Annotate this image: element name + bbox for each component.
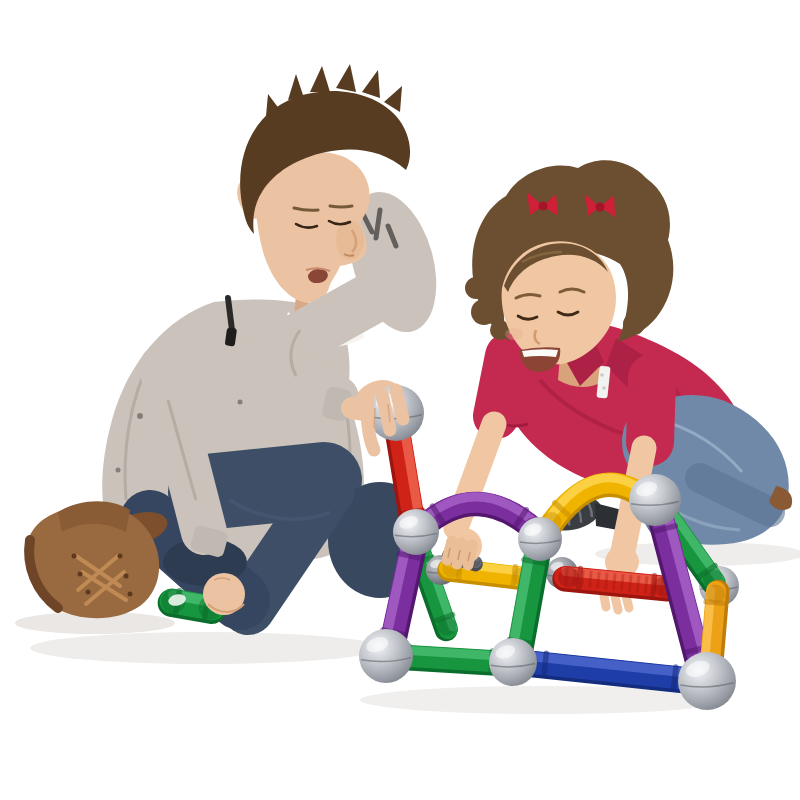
boy-left-fist bbox=[203, 573, 245, 615]
boy-shirt-speck bbox=[137, 413, 143, 419]
magnet-ball bbox=[489, 638, 537, 686]
magnet-ball bbox=[393, 509, 439, 555]
girl-blush bbox=[505, 328, 523, 340]
magnet-bar-red bbox=[558, 567, 675, 597]
boy-figure bbox=[26, 64, 451, 620]
photo-scene: Two preschool children on a white floor … bbox=[0, 0, 800, 800]
magnet-bar-blue bbox=[515, 651, 704, 691]
girl-figure bbox=[456, 160, 792, 610]
magnet-ball bbox=[359, 629, 413, 683]
boy-boots bbox=[26, 501, 170, 618]
magnet-ball bbox=[678, 652, 736, 710]
magnet-ball bbox=[518, 517, 562, 561]
scene-svg bbox=[0, 0, 800, 800]
boy-cheek-shade bbox=[336, 220, 364, 260]
magnet-ball bbox=[629, 474, 681, 526]
boy-shirt-speck bbox=[116, 468, 121, 473]
boy-shirt-speck bbox=[238, 400, 243, 405]
boy-cord bbox=[228, 298, 232, 330]
